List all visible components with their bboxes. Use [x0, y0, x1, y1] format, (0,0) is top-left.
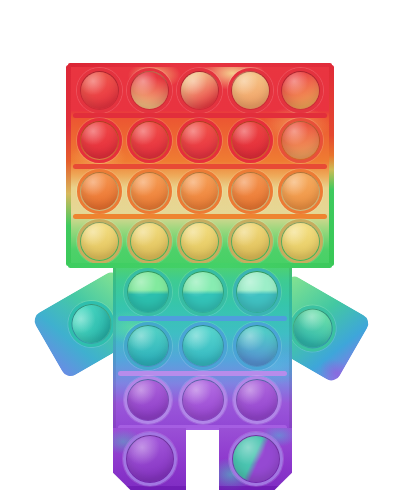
torso-section [113, 264, 292, 430]
left-leg-section [113, 428, 186, 490]
bubble-left-leg-dome [127, 436, 173, 482]
bubble-head-r1-c2[interactable] [127, 68, 172, 113]
bubble-head-r4-c2[interactable] [127, 219, 172, 264]
bubble-head-r4-c4-dome [232, 223, 269, 260]
bubble-head-r1-c5[interactable] [278, 68, 323, 113]
torso-row-3 [117, 376, 288, 425]
head-top-edge [68, 63, 332, 67]
bubble-head-r1-c5-dome [282, 72, 319, 109]
bubble-torso-r3-c3-dome [237, 380, 277, 420]
bubble-torso-r1-c2[interactable] [179, 268, 227, 316]
head-row-3 [72, 169, 328, 214]
bubble-torso-r3-c1-dome [128, 380, 168, 420]
bubble-head-r2-c3[interactable] [177, 118, 222, 163]
head-row-4 [72, 219, 328, 264]
bubble-torso-r2-c1[interactable] [124, 322, 172, 370]
bubble-torso-r1-c2-dome [183, 272, 223, 312]
bubble-torso-r3-c1[interactable] [124, 376, 172, 424]
bubble-head-r1-c4[interactable] [228, 68, 273, 113]
bubble-head-r1-c1-dome [81, 72, 118, 109]
bubble-torso-r2-c1-dome [128, 326, 168, 366]
head-right-edge [329, 65, 334, 266]
bubble-head-r4-c3[interactable] [177, 219, 222, 264]
bubble-right-leg[interactable] [229, 432, 283, 486]
bubble-head-r3-c1-dome [81, 173, 118, 210]
torso-row-2 [117, 321, 288, 370]
bubble-head-r1-c2-dome [131, 72, 168, 109]
bubble-torso-r1-c3[interactable] [233, 268, 281, 316]
bubble-torso-r3-c2[interactable] [179, 376, 227, 424]
bubble-head-r2-c3-dome [181, 122, 218, 159]
bubble-head-r3-c3[interactable] [177, 169, 222, 214]
bubble-right-arm-dome [287, 303, 339, 355]
bubble-head-r4-c1[interactable] [77, 219, 122, 264]
bubble-head-r3-c2-dome [131, 173, 168, 210]
bubble-head-r4-c3-dome [181, 223, 218, 260]
pop-it-toy [0, 0, 404, 500]
bubble-head-r3-c5-dome [282, 173, 319, 210]
bubble-head-r3-c4[interactable] [228, 169, 273, 214]
bubble-torso-r2-c3-dome [237, 326, 277, 366]
bubble-head-r3-c2[interactable] [127, 169, 172, 214]
bubble-head-r3-c4-dome [232, 173, 269, 210]
bubble-torso-r2-c2-dome [183, 326, 223, 366]
bubble-right-leg-dome [233, 436, 279, 482]
bubble-left-arm-dome [65, 298, 117, 350]
bubble-head-r2-c5-dome [282, 122, 319, 159]
bubble-head-r1-c1[interactable] [77, 68, 122, 113]
bubble-torso-r2-c2[interactable] [179, 322, 227, 370]
torso-row-1 [117, 267, 288, 316]
bubble-head-r4-c1-dome [81, 223, 118, 260]
bubble-head-r4-c5[interactable] [278, 219, 323, 264]
bubble-head-r3-c5[interactable] [278, 169, 323, 214]
bubble-left-leg[interactable] [123, 432, 177, 486]
bubble-torso-r2-c3[interactable] [233, 322, 281, 370]
bubble-torso-r3-c2-dome [183, 380, 223, 420]
head-row-1 [72, 68, 328, 113]
head-left-edge [66, 65, 71, 266]
bubble-head-r1-c3-dome [181, 72, 218, 109]
bubble-head-r1-c3[interactable] [177, 68, 222, 113]
bubble-head-r3-c3-dome [181, 173, 218, 210]
bubble-head-r4-c5-dome [282, 223, 319, 260]
bubble-head-r2-c5[interactable] [278, 118, 323, 163]
head-row-2 [72, 118, 328, 163]
bubble-head-r2-c4[interactable] [228, 118, 273, 163]
bubble-head-r1-c4-dome [232, 72, 269, 109]
right-leg-section [219, 428, 292, 490]
bubble-head-r4-c4[interactable] [228, 219, 273, 264]
bubble-torso-r1-c3-dome [237, 272, 277, 312]
bubble-head-r2-c2[interactable] [127, 118, 172, 163]
bubble-head-r2-c1[interactable] [77, 118, 122, 163]
bubble-head-r2-c1-dome [81, 122, 118, 159]
bubble-torso-r1-c1[interactable] [124, 268, 172, 316]
bubble-torso-r3-c3[interactable] [233, 376, 281, 424]
bubble-head-r2-c2-dome [131, 122, 168, 159]
bubble-torso-r1-c1-dome [128, 272, 168, 312]
bubble-head-r3-c1[interactable] [77, 169, 122, 214]
bubble-head-r4-c2-dome [131, 223, 168, 260]
bubble-head-r2-c4-dome [232, 122, 269, 159]
head-section [66, 63, 334, 268]
